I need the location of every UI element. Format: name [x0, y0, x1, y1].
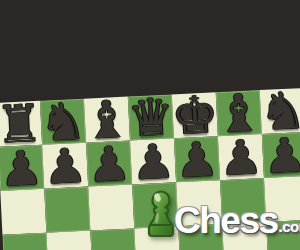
square-c7: ♟ [86, 140, 132, 186]
chess-com-ad-banner[interactable]: ♜♞♝♛♚♝♞♜♟♟♟♟♟♟♟♟ Chess .com [0, 0, 300, 250]
black-pawn: ♟ [130, 136, 175, 186]
chess-com-logo[interactable]: Chess .com [146, 189, 300, 239]
square-b5 [46, 231, 92, 250]
black-pawn: ♟ [262, 130, 300, 180]
square-f7: ♟ [218, 134, 264, 180]
square-a6 [0, 189, 46, 235]
square-b7: ♟ [42, 143, 88, 189]
square-a5 [2, 233, 48, 250]
green-pawn-logo-icon [146, 189, 180, 239]
square-c5 [90, 228, 136, 250]
logo-brand-text: Chess [174, 203, 278, 238]
square-a7: ♟ [0, 145, 44, 191]
black-pawn: ♟ [86, 139, 131, 189]
black-pawn: ♟ [0, 143, 44, 193]
square-c6 [88, 184, 134, 230]
black-pawn: ♟ [174, 134, 219, 184]
square-d7: ♟ [130, 138, 176, 184]
black-pawn: ♟ [42, 141, 87, 191]
square-b6 [44, 187, 90, 233]
black-pawn: ♟ [218, 132, 263, 182]
logo-tld-text: .com [279, 219, 300, 234]
square-e7: ♟ [174, 136, 220, 182]
square-g7: ♟ [262, 132, 300, 178]
